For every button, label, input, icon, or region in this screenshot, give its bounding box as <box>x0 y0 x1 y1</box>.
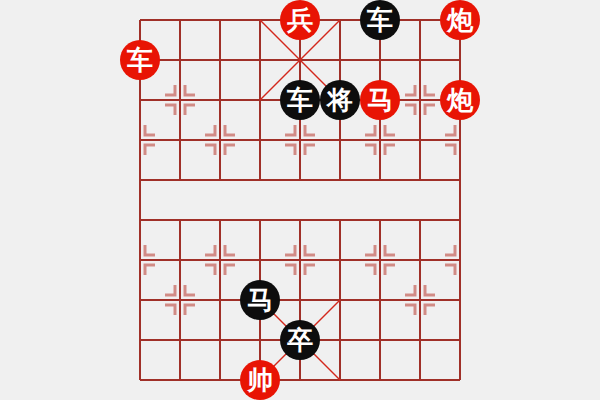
piece-red-soldier[interactable]: 兵 <box>280 0 320 40</box>
piece-black-soldier[interactable]: 卒 <box>280 320 320 360</box>
piece-black-general[interactable]: 将 <box>320 80 360 120</box>
piece-black-horse[interactable]: 马 <box>240 280 280 320</box>
piece-black-chariot[interactable]: 车 <box>360 0 400 40</box>
pieces-layer: 兵车炮车车将马炮马卒帅 <box>0 0 600 400</box>
piece-red-horse[interactable]: 马 <box>360 80 400 120</box>
piece-red-cannon[interactable]: 炮 <box>440 0 480 40</box>
piece-red-cannon[interactable]: 炮 <box>440 80 480 120</box>
piece-red-chariot[interactable]: 车 <box>120 40 160 80</box>
piece-red-general[interactable]: 帅 <box>240 360 280 400</box>
piece-black-chariot[interactable]: 车 <box>280 80 320 120</box>
xiangqi-board: 兵车炮车车将马炮马卒帅 <box>0 0 600 400</box>
